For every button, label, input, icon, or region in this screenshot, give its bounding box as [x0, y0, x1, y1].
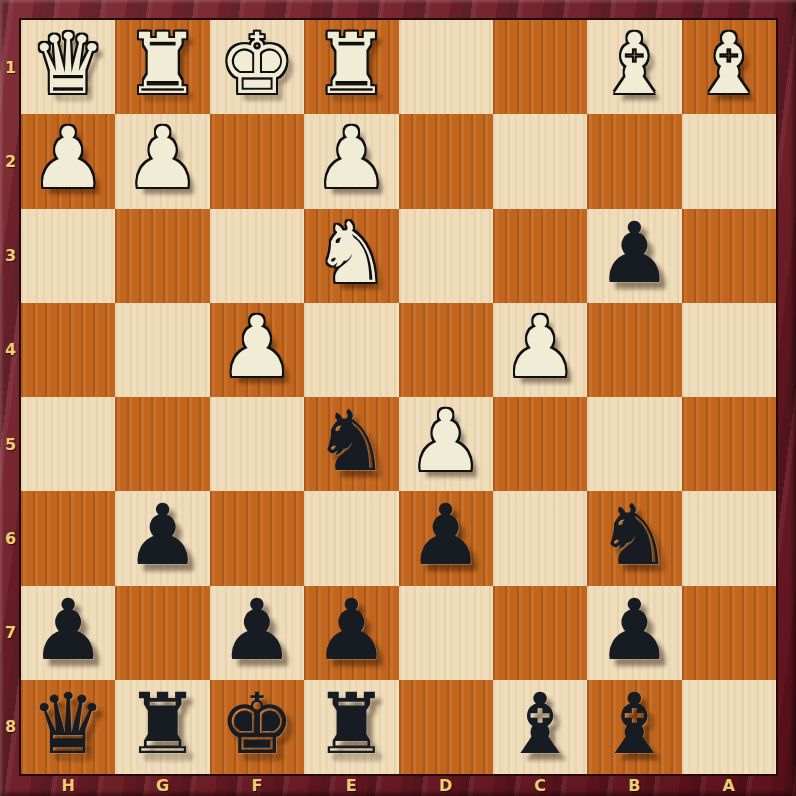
rank-label-1: 1 — [0, 20, 21, 114]
square-b6[interactable]: ♞ — [587, 491, 681, 585]
square-g5[interactable] — [115, 397, 209, 491]
white-knight[interactable]: ♞ — [314, 211, 389, 295]
rank-label-6: 6 — [0, 491, 21, 585]
square-a6[interactable] — [682, 491, 776, 585]
square-b8[interactable]: ♝ — [587, 680, 681, 774]
rank-label-7: 7 — [0, 586, 21, 680]
white-king[interactable]: ♚ — [219, 22, 294, 106]
square-g3[interactable] — [115, 209, 209, 303]
file-label-b: B — [587, 774, 681, 796]
square-e6[interactable] — [304, 491, 398, 585]
rank-labels: 12345678 — [0, 20, 21, 774]
square-f1[interactable]: ♚ — [210, 20, 304, 114]
white-bishop[interactable]: ♝ — [691, 22, 766, 106]
file-label-f: F — [210, 774, 304, 796]
square-a4[interactable] — [682, 303, 776, 397]
board: ♛♜♚♜♝♝♟♟♟♞♟♟♟♞♟♟♟♞♟♟♟♟♛♜♚♜♝♝ — [21, 20, 776, 774]
white-pawn[interactable]: ♟ — [125, 116, 200, 200]
square-d5[interactable]: ♟ — [399, 397, 493, 491]
square-h2[interactable]: ♟ — [21, 114, 115, 208]
square-f3[interactable] — [210, 209, 304, 303]
square-a5[interactable] — [682, 397, 776, 491]
square-f5[interactable] — [210, 397, 304, 491]
square-g6[interactable]: ♟ — [115, 491, 209, 585]
file-label-c: C — [493, 774, 587, 796]
square-d7[interactable] — [399, 586, 493, 680]
white-pawn[interactable]: ♟ — [314, 116, 389, 200]
square-h8[interactable]: ♛ — [21, 680, 115, 774]
square-h5[interactable] — [21, 397, 115, 491]
white-rook[interactable]: ♜ — [125, 22, 200, 106]
black-bishop[interactable]: ♝ — [502, 682, 577, 766]
square-g7[interactable] — [115, 586, 209, 680]
square-c3[interactable] — [493, 209, 587, 303]
square-g1[interactable]: ♜ — [115, 20, 209, 114]
black-pawn[interactable]: ♟ — [125, 493, 200, 577]
square-c8[interactable]: ♝ — [493, 680, 587, 774]
square-a7[interactable] — [682, 586, 776, 680]
square-d6[interactable]: ♟ — [399, 491, 493, 585]
square-c4[interactable]: ♟ — [493, 303, 587, 397]
file-label-g: G — [115, 774, 209, 796]
square-g2[interactable]: ♟ — [115, 114, 209, 208]
black-pawn[interactable]: ♟ — [314, 588, 389, 672]
white-pawn[interactable]: ♟ — [502, 305, 577, 389]
square-h3[interactable] — [21, 209, 115, 303]
square-e4[interactable] — [304, 303, 398, 397]
square-a2[interactable] — [682, 114, 776, 208]
black-pawn[interactable]: ♟ — [31, 588, 106, 672]
black-pawn[interactable]: ♟ — [219, 588, 294, 672]
black-queen[interactable]: ♛ — [31, 682, 106, 766]
square-f2[interactable] — [210, 114, 304, 208]
square-h1[interactable]: ♛ — [21, 20, 115, 114]
file-labels: HGFEDCBA — [21, 774, 776, 796]
square-f7[interactable]: ♟ — [210, 586, 304, 680]
square-h7[interactable]: ♟ — [21, 586, 115, 680]
square-f4[interactable]: ♟ — [210, 303, 304, 397]
file-label-e: E — [304, 774, 398, 796]
square-d1[interactable] — [399, 20, 493, 114]
black-knight[interactable]: ♞ — [597, 493, 672, 577]
black-rook[interactable]: ♜ — [125, 682, 200, 766]
black-pawn[interactable]: ♟ — [597, 211, 672, 295]
black-knight[interactable]: ♞ — [314, 399, 389, 483]
square-c2[interactable] — [493, 114, 587, 208]
square-b2[interactable] — [587, 114, 681, 208]
rank-label-2: 2 — [0, 114, 21, 208]
black-pawn[interactable]: ♟ — [408, 493, 483, 577]
square-h6[interactable] — [21, 491, 115, 585]
square-b5[interactable] — [587, 397, 681, 491]
square-c7[interactable] — [493, 586, 587, 680]
square-c1[interactable] — [493, 20, 587, 114]
square-h4[interactable] — [21, 303, 115, 397]
white-bishop[interactable]: ♝ — [597, 22, 672, 106]
square-e1[interactable]: ♜ — [304, 20, 398, 114]
square-e2[interactable]: ♟ — [304, 114, 398, 208]
white-pawn[interactable]: ♟ — [31, 116, 106, 200]
rank-label-8: 8 — [0, 680, 21, 774]
square-f8[interactable]: ♚ — [210, 680, 304, 774]
white-queen[interactable]: ♛ — [31, 22, 106, 106]
square-b1[interactable]: ♝ — [587, 20, 681, 114]
black-king[interactable]: ♚ — [219, 682, 294, 766]
square-d4[interactable] — [399, 303, 493, 397]
white-rook[interactable]: ♜ — [314, 22, 389, 106]
square-d2[interactable] — [399, 114, 493, 208]
black-rook[interactable]: ♜ — [314, 682, 389, 766]
square-d3[interactable] — [399, 209, 493, 303]
white-pawn[interactable]: ♟ — [408, 399, 483, 483]
black-bishop[interactable]: ♝ — [597, 682, 672, 766]
file-label-d: D — [399, 774, 493, 796]
white-pawn[interactable]: ♟ — [219, 305, 294, 389]
square-e5[interactable]: ♞ — [304, 397, 398, 491]
board-frame: 12345678 ♛♜♚♜♝♝♟♟♟♞♟♟♟♞♟♟♟♞♟♟♟♟♛♜♚♜♝♝ HG… — [0, 0, 796, 796]
rank-label-5: 5 — [0, 397, 21, 491]
square-f6[interactable] — [210, 491, 304, 585]
square-d8[interactable] — [399, 680, 493, 774]
file-label-a: A — [682, 774, 776, 796]
square-e7[interactable]: ♟ — [304, 586, 398, 680]
square-b7[interactable]: ♟ — [587, 586, 681, 680]
square-b3[interactable]: ♟ — [587, 209, 681, 303]
square-e3[interactable]: ♞ — [304, 209, 398, 303]
square-c5[interactable] — [493, 397, 587, 491]
square-b4[interactable] — [587, 303, 681, 397]
square-g8[interactable]: ♜ — [115, 680, 209, 774]
square-c6[interactable] — [493, 491, 587, 585]
square-a3[interactable] — [682, 209, 776, 303]
square-e8[interactable]: ♜ — [304, 680, 398, 774]
square-g4[interactable] — [115, 303, 209, 397]
file-label-h: H — [21, 774, 115, 796]
square-a8[interactable] — [682, 680, 776, 774]
rank-label-4: 4 — [0, 303, 21, 397]
rank-label-3: 3 — [0, 209, 21, 303]
black-pawn[interactable]: ♟ — [597, 588, 672, 672]
square-a1[interactable]: ♝ — [682, 20, 776, 114]
